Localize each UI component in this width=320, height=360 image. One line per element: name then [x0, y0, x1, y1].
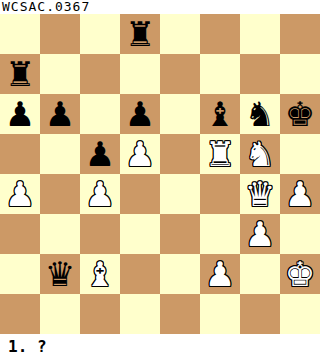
piece-white-queen: ♛ — [245, 174, 275, 214]
square-h2[interactable]: ♚ — [280, 254, 320, 294]
square-g1[interactable] — [240, 294, 280, 334]
square-b7[interactable] — [40, 54, 80, 94]
square-f2[interactable]: ♟ — [200, 254, 240, 294]
square-g4[interactable]: ♛ — [240, 174, 280, 214]
square-c8[interactable] — [80, 14, 120, 54]
piece-black-queen: ♛ — [45, 254, 75, 294]
square-e8[interactable] — [160, 14, 200, 54]
square-c1[interactable] — [80, 294, 120, 334]
piece-white-pawn: ♟ — [125, 134, 155, 174]
square-a8[interactable] — [0, 14, 40, 54]
square-h7[interactable] — [280, 54, 320, 94]
square-h3[interactable] — [280, 214, 320, 254]
piece-white-pawn: ♟ — [285, 174, 315, 214]
square-c2[interactable]: ♝ — [80, 254, 120, 294]
piece-black-rook: ♜ — [5, 54, 35, 94]
square-b1[interactable] — [40, 294, 80, 334]
piece-black-pawn: ♟ — [125, 94, 155, 134]
move-prompt: 1. ? — [8, 337, 47, 356]
piece-black-rook: ♜ — [125, 14, 155, 54]
square-h4[interactable]: ♟ — [280, 174, 320, 214]
square-f4[interactable] — [200, 174, 240, 214]
square-g6[interactable]: ♞ — [240, 94, 280, 134]
square-b5[interactable] — [40, 134, 80, 174]
piece-black-pawn: ♟ — [45, 94, 75, 134]
square-d7[interactable] — [120, 54, 160, 94]
square-g5[interactable]: ♞ — [240, 134, 280, 174]
square-f5[interactable]: ♜ — [200, 134, 240, 174]
square-g8[interactable] — [240, 14, 280, 54]
square-d8[interactable]: ♜ — [120, 14, 160, 54]
square-h8[interactable] — [280, 14, 320, 54]
square-f8[interactable] — [200, 14, 240, 54]
square-e3[interactable] — [160, 214, 200, 254]
piece-white-pawn: ♟ — [205, 254, 235, 294]
square-e7[interactable] — [160, 54, 200, 94]
square-d1[interactable] — [120, 294, 160, 334]
square-e2[interactable] — [160, 254, 200, 294]
square-c6[interactable] — [80, 94, 120, 134]
piece-white-rook: ♜ — [205, 134, 235, 174]
square-f1[interactable] — [200, 294, 240, 334]
square-h1[interactable] — [280, 294, 320, 334]
square-c3[interactable] — [80, 214, 120, 254]
square-d4[interactable] — [120, 174, 160, 214]
piece-black-pawn: ♟ — [85, 134, 115, 174]
square-a2[interactable] — [0, 254, 40, 294]
chess-board: ♜♜♟♟♟♝♞♚♟♟♜♞♟♟♛♟♟♛♝♟♚ — [0, 14, 320, 334]
piece-black-bishop: ♝ — [205, 94, 235, 134]
square-a7[interactable]: ♜ — [0, 54, 40, 94]
diagram-title: WCSAC.0367 — [2, 0, 90, 14]
square-a4[interactable]: ♟ — [0, 174, 40, 214]
square-e5[interactable] — [160, 134, 200, 174]
piece-white-pawn: ♟ — [5, 174, 35, 214]
square-d3[interactable] — [120, 214, 160, 254]
piece-white-pawn: ♟ — [245, 214, 275, 254]
square-b6[interactable]: ♟ — [40, 94, 80, 134]
square-g2[interactable] — [240, 254, 280, 294]
square-a1[interactable] — [0, 294, 40, 334]
square-f7[interactable] — [200, 54, 240, 94]
square-c5[interactable]: ♟ — [80, 134, 120, 174]
square-a6[interactable]: ♟ — [0, 94, 40, 134]
square-b4[interactable] — [40, 174, 80, 214]
piece-white-bishop: ♝ — [85, 254, 115, 294]
square-a3[interactable] — [0, 214, 40, 254]
piece-white-king: ♚ — [285, 254, 315, 294]
square-c4[interactable]: ♟ — [80, 174, 120, 214]
square-d5[interactable]: ♟ — [120, 134, 160, 174]
piece-black-knight: ♞ — [245, 94, 275, 134]
square-a5[interactable] — [0, 134, 40, 174]
square-d6[interactable]: ♟ — [120, 94, 160, 134]
square-b3[interactable] — [40, 214, 80, 254]
square-h5[interactable] — [280, 134, 320, 174]
square-b2[interactable]: ♛ — [40, 254, 80, 294]
square-d2[interactable] — [120, 254, 160, 294]
square-g7[interactable] — [240, 54, 280, 94]
piece-white-pawn: ♟ — [85, 174, 115, 214]
square-f3[interactable] — [200, 214, 240, 254]
square-f6[interactable]: ♝ — [200, 94, 240, 134]
piece-black-pawn: ♟ — [5, 94, 35, 134]
piece-white-knight: ♞ — [245, 134, 275, 174]
square-g3[interactable]: ♟ — [240, 214, 280, 254]
square-c7[interactable] — [80, 54, 120, 94]
square-e6[interactable] — [160, 94, 200, 134]
square-e1[interactable] — [160, 294, 200, 334]
piece-black-king: ♚ — [285, 94, 315, 134]
square-h6[interactable]: ♚ — [280, 94, 320, 134]
square-b8[interactable] — [40, 14, 80, 54]
square-e4[interactable] — [160, 174, 200, 214]
